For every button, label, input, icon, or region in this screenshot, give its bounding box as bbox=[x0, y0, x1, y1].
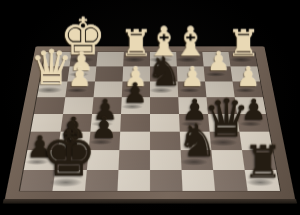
square-c1[interactable] bbox=[176, 52, 203, 66]
chess-board: ♚♛♜♜♝♝♟♟♟♟♟♟♚♛♜♝♞♞♟♟♟♟♟♟♟ bbox=[5, 46, 296, 199]
square-h1[interactable] bbox=[43, 52, 72, 66]
square-e7[interactable] bbox=[118, 150, 150, 170]
square-g2[interactable] bbox=[67, 66, 96, 81]
square-d6[interactable] bbox=[150, 132, 181, 151]
square-b2[interactable] bbox=[204, 66, 233, 81]
square-f2[interactable] bbox=[95, 66, 123, 81]
square-g1[interactable] bbox=[70, 52, 98, 66]
black-rook[interactable]: ♜ bbox=[244, 140, 284, 184]
square-d3[interactable] bbox=[150, 81, 178, 97]
black-knight[interactable]: ♞ bbox=[177, 119, 218, 164]
board-front-edge bbox=[3, 199, 297, 204]
square-e8[interactable] bbox=[117, 170, 150, 191]
square-g3[interactable] bbox=[65, 81, 95, 97]
square-f1[interactable] bbox=[96, 52, 123, 66]
square-d4[interactable] bbox=[150, 97, 179, 114]
square-c8[interactable] bbox=[182, 170, 215, 191]
square-e6[interactable] bbox=[119, 132, 150, 151]
square-d5[interactable] bbox=[150, 114, 180, 132]
square-a1[interactable] bbox=[229, 52, 258, 66]
square-h2[interactable] bbox=[40, 66, 70, 81]
scene-background: ♚♛♜♜♝♝♟♟♟♟♟♟♚♛♜♝♞♞♟♟♟♟♟♟♟ bbox=[0, 0, 300, 215]
square-b1[interactable] bbox=[202, 52, 230, 66]
square-e2[interactable] bbox=[122, 66, 150, 81]
square-d2[interactable] bbox=[150, 66, 178, 81]
black-king[interactable]: ♚ bbox=[41, 123, 97, 185]
square-h3[interactable] bbox=[37, 81, 67, 97]
square-e1[interactable] bbox=[123, 52, 150, 66]
square-c2[interactable] bbox=[177, 66, 205, 81]
square-a2[interactable] bbox=[230, 66, 260, 81]
square-e5[interactable] bbox=[120, 114, 150, 132]
square-d1[interactable] bbox=[150, 52, 177, 66]
square-e4[interactable] bbox=[121, 97, 150, 114]
square-e3[interactable] bbox=[122, 81, 150, 97]
square-d8[interactable] bbox=[150, 170, 183, 191]
